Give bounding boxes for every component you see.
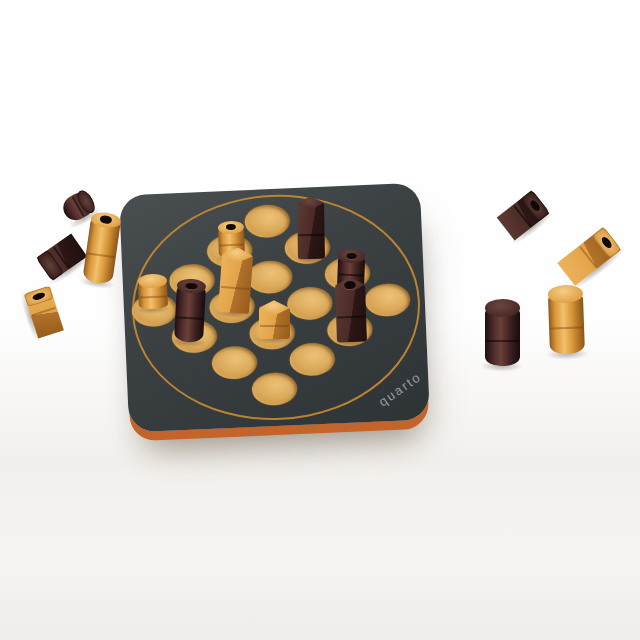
piece-body: [218, 254, 253, 314]
piece-hole: [344, 281, 357, 289]
piece-groove: [260, 325, 289, 327]
piece-lrth[interactable]: [82, 218, 121, 286]
piece-drth[interactable]: [174, 285, 206, 342]
piece-hole: [99, 215, 112, 224]
piece-dqtf[interactable]: [297, 203, 325, 259]
piece-hole: [600, 234, 614, 249]
piece-top: [485, 299, 520, 317]
piece-body: [82, 218, 121, 286]
piece-lrtf[interactable]: [547, 293, 584, 354]
piece-dqth[interactable]: [335, 285, 367, 343]
pieces-layer: [0, 0, 640, 640]
piece-hole: [528, 198, 542, 213]
piece-body: [335, 285, 367, 343]
piece-lqtf[interactable]: [218, 254, 253, 314]
piece-hole: [32, 291, 46, 301]
photo-scene: quarto: [0, 0, 640, 640]
piece-hole: [345, 253, 357, 260]
piece-lqth[interactable]: [557, 227, 621, 286]
piece-body: [174, 285, 206, 342]
piece-drtf[interactable]: [485, 308, 520, 366]
piece-groove: [486, 340, 519, 342]
piece-hole: [225, 224, 236, 231]
piece-lqsf[interactable]: [259, 308, 290, 339]
piece-body: [297, 203, 325, 259]
piece-groove: [298, 234, 323, 236]
piece-dqsh[interactable]: [497, 190, 550, 240]
piece-dqsf[interactable]: [37, 233, 87, 280]
piece-lqsh[interactable]: [24, 286, 64, 338]
piece-top: [218, 220, 244, 234]
piece-hole: [185, 282, 198, 290]
piece-lrsf[interactable]: [138, 281, 168, 310]
